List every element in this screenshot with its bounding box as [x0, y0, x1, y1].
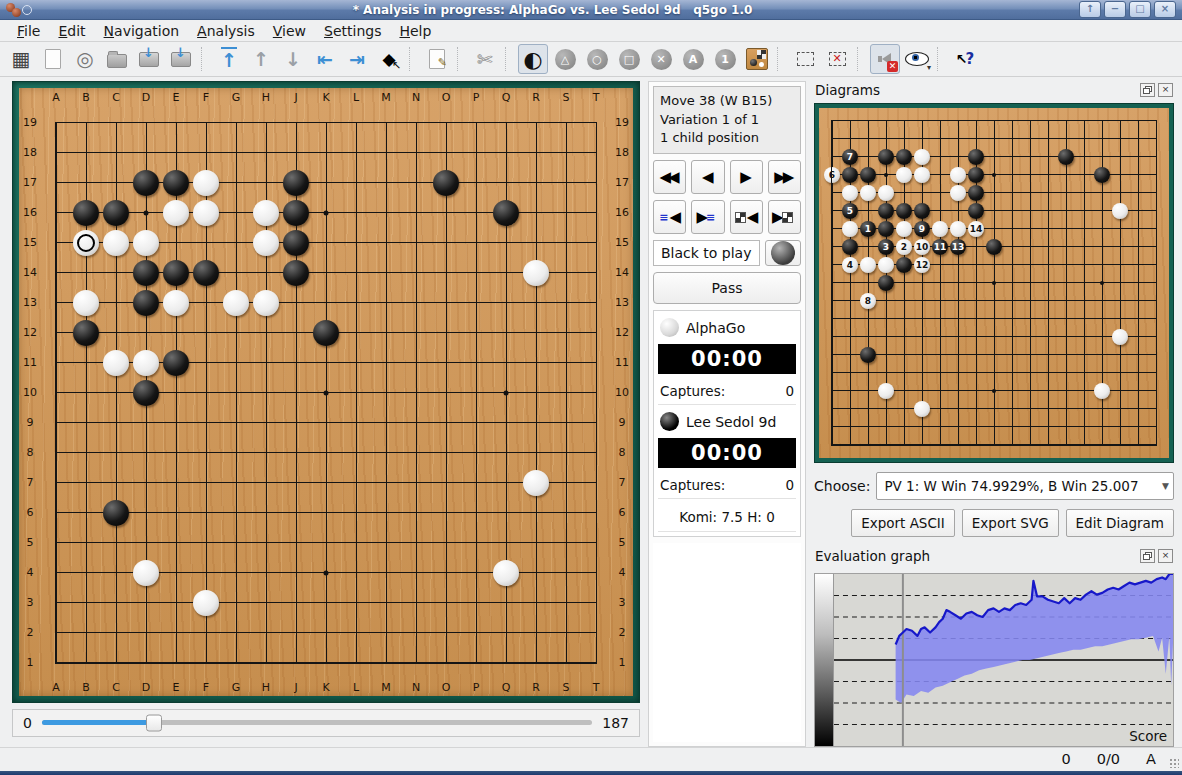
board-cell-M8[interactable]	[1021, 310, 1039, 328]
board-cell-K6[interactable]	[311, 498, 341, 528]
board-cell-K5[interactable]	[311, 528, 341, 558]
board-cell-Q17[interactable]	[1093, 148, 1111, 166]
board-cell-S12[interactable]	[1129, 238, 1147, 256]
board-cell-T17[interactable]	[1147, 148, 1165, 166]
board-cell-D11[interactable]	[131, 348, 161, 378]
board-cell-P14[interactable]	[1075, 202, 1093, 220]
board-cell-P18[interactable]	[461, 138, 491, 168]
board-cell-C4[interactable]	[101, 558, 131, 588]
board-cell-C17[interactable]	[859, 148, 877, 166]
board-cell-O5[interactable]	[1057, 364, 1075, 382]
board-cell-L11[interactable]	[1003, 256, 1021, 274]
board-cell-C12[interactable]	[859, 238, 877, 256]
board-cell-L1[interactable]	[341, 648, 371, 678]
board-cell-R16[interactable]	[521, 198, 551, 228]
board-cell-F1[interactable]	[913, 436, 931, 454]
board-cell-M18[interactable]	[1021, 130, 1039, 148]
board-cell-J18[interactable]	[967, 130, 985, 148]
board-cell-N16[interactable]	[401, 198, 431, 228]
board-cell-C19[interactable]	[859, 112, 877, 130]
board-cell-F19[interactable]	[913, 112, 931, 130]
board-cell-Q3[interactable]	[1093, 400, 1111, 418]
board-cell-R8[interactable]	[1111, 310, 1129, 328]
board-cell-D8[interactable]	[131, 438, 161, 468]
board-cell-M12[interactable]	[1021, 238, 1039, 256]
board-cell-B19[interactable]	[841, 112, 859, 130]
board-cell-A14[interactable]	[41, 258, 71, 288]
board-cell-J8[interactable]	[281, 438, 311, 468]
board-cell-A3[interactable]	[823, 400, 841, 418]
board-cell-G4[interactable]	[931, 382, 949, 400]
board-cell-E7[interactable]	[895, 328, 913, 346]
board-cell-A14[interactable]	[823, 202, 841, 220]
board-cell-S11[interactable]	[1129, 256, 1147, 274]
board-cell-R17[interactable]	[1111, 148, 1129, 166]
board-cell-L17[interactable]	[1003, 148, 1021, 166]
board-cell-T7[interactable]	[581, 468, 611, 498]
board-cell-P19[interactable]	[461, 108, 491, 138]
eye-icon[interactable]: ▾	[902, 44, 932, 74]
menu-navigation[interactable]: Navigation	[95, 21, 189, 41]
board-cell-N14[interactable]	[401, 258, 431, 288]
board-cell-C1[interactable]	[101, 648, 131, 678]
board-cell-O1[interactable]	[1057, 436, 1075, 454]
board-cell-N16[interactable]	[1039, 166, 1057, 184]
board-cell-F1[interactable]	[191, 648, 221, 678]
board-cell-H4[interactable]	[251, 558, 281, 588]
board-cell-E16[interactable]	[161, 198, 191, 228]
board-cell-T16[interactable]	[581, 198, 611, 228]
mark-letter-icon[interactable]: A	[678, 44, 708, 74]
board-cell-F16[interactable]	[191, 198, 221, 228]
board-cell-H14[interactable]	[251, 258, 281, 288]
board-cell-A19[interactable]	[41, 108, 71, 138]
sound-off-button[interactable]: ✕	[870, 44, 900, 74]
board-cell-M10[interactable]	[371, 378, 401, 408]
next-variation-icon[interactable]: ↓	[278, 44, 308, 74]
board-cell-F7[interactable]	[191, 468, 221, 498]
board-cell-D14[interactable]	[877, 202, 895, 220]
board-cell-T7[interactable]	[1147, 328, 1165, 346]
board-cell-S4[interactable]	[1129, 382, 1147, 400]
board-cell-S9[interactable]	[1129, 292, 1147, 310]
board-cell-A19[interactable]	[823, 112, 841, 130]
board-cell-J9[interactable]	[281, 408, 311, 438]
board-cell-S18[interactable]	[551, 138, 581, 168]
board-cell-P1[interactable]	[461, 648, 491, 678]
board-cell-E12[interactable]: 2	[895, 238, 913, 256]
board-cell-C13[interactable]: 1	[859, 220, 877, 238]
board-cell-M1[interactable]	[1021, 436, 1039, 454]
board-cell-L15[interactable]	[341, 228, 371, 258]
board-cell-P15[interactable]	[461, 228, 491, 258]
board-cell-G19[interactable]	[931, 112, 949, 130]
board-cell-E4[interactable]	[895, 382, 913, 400]
board-cell-H6[interactable]	[251, 498, 281, 528]
board-cell-N18[interactable]	[401, 138, 431, 168]
board-cell-T5[interactable]	[1147, 364, 1165, 382]
board-cell-C8[interactable]	[101, 438, 131, 468]
save-icon[interactable]: ↓	[134, 44, 164, 74]
board-cell-T19[interactable]	[1147, 112, 1165, 130]
mark-circle-icon[interactable]: ○	[582, 44, 612, 74]
board-cell-D15[interactable]	[877, 184, 895, 202]
board-cell-B11[interactable]: 4	[841, 256, 859, 274]
board-cell-M1[interactable]	[371, 648, 401, 678]
board-cell-H8[interactable]	[251, 438, 281, 468]
board-cell-S7[interactable]	[551, 468, 581, 498]
board-cell-B6[interactable]	[71, 498, 101, 528]
last-move-button[interactable]: ▶▶	[768, 160, 801, 194]
board-cell-N13[interactable]	[401, 288, 431, 318]
board-cell-F8[interactable]	[913, 310, 931, 328]
board-cell-P3[interactable]	[461, 588, 491, 618]
board-cell-C6[interactable]	[859, 346, 877, 364]
board-cell-J17[interactable]	[281, 168, 311, 198]
board-cell-S13[interactable]	[551, 288, 581, 318]
board-cell-J12[interactable]	[281, 318, 311, 348]
play-mode-icon[interactable]: ◆↖	[374, 44, 404, 74]
board-cell-G8[interactable]	[221, 438, 251, 468]
board-cell-T14[interactable]	[581, 258, 611, 288]
board-cell-R10[interactable]	[521, 378, 551, 408]
board-cell-H7[interactable]	[949, 328, 967, 346]
board-cell-S8[interactable]	[551, 438, 581, 468]
board-cell-J19[interactable]	[281, 108, 311, 138]
board-cell-B9[interactable]	[71, 408, 101, 438]
board-cell-S11[interactable]	[551, 348, 581, 378]
board-cell-B10[interactable]	[841, 274, 859, 292]
board-cell-M17[interactable]	[1021, 148, 1039, 166]
board-cell-T12[interactable]	[1147, 238, 1165, 256]
board-cell-D9[interactable]	[877, 292, 895, 310]
board-cell-E19[interactable]	[161, 108, 191, 138]
board-cell-E10[interactable]	[895, 274, 913, 292]
board-cell-N6[interactable]	[401, 498, 431, 528]
board-cell-B11[interactable]	[71, 348, 101, 378]
board-cell-J11[interactable]	[281, 348, 311, 378]
board-cell-D7[interactable]	[877, 328, 895, 346]
board-cell-S3[interactable]	[551, 588, 581, 618]
board-cell-O8[interactable]	[431, 438, 461, 468]
board-cell-O14[interactable]	[431, 258, 461, 288]
board-cell-M14[interactable]	[1021, 202, 1039, 220]
board-cell-K7[interactable]	[985, 328, 1003, 346]
board-cell-A11[interactable]	[41, 348, 71, 378]
board-cell-P8[interactable]	[1075, 310, 1093, 328]
board-cell-J17[interactable]	[967, 148, 985, 166]
board-cell-Q12[interactable]	[1093, 238, 1111, 256]
board-cell-C15[interactable]	[859, 184, 877, 202]
board-cell-C17[interactable]	[101, 168, 131, 198]
board-cell-A6[interactable]	[823, 346, 841, 364]
board-cell-K4[interactable]	[985, 382, 1003, 400]
board-cell-F7[interactable]	[913, 328, 931, 346]
board-cell-O16[interactable]	[1057, 166, 1075, 184]
next-move-icon[interactable]: ⇥	[342, 44, 372, 74]
board-cell-P8[interactable]	[461, 438, 491, 468]
board-cell-G11[interactable]	[221, 348, 251, 378]
board-cell-D1[interactable]	[131, 648, 161, 678]
board-cell-E17[interactable]	[161, 168, 191, 198]
board-cell-G14[interactable]	[931, 202, 949, 220]
board-cell-K5[interactable]	[985, 364, 1003, 382]
board-cell-R19[interactable]	[521, 108, 551, 138]
save-as-icon[interactable]: ↓	[166, 44, 196, 74]
board-cell-S6[interactable]	[1129, 346, 1147, 364]
board-cell-L16[interactable]	[341, 198, 371, 228]
board-cell-C18[interactable]	[101, 138, 131, 168]
board-cell-L19[interactable]	[1003, 112, 1021, 130]
export-ascii-button[interactable]: Export ASCII	[851, 509, 955, 537]
board-cell-B16[interactable]	[841, 166, 859, 184]
board-cell-Q12[interactable]	[491, 318, 521, 348]
board-cell-C1[interactable]	[859, 436, 877, 454]
board-cell-Q16[interactable]	[491, 198, 521, 228]
board-cell-T4[interactable]	[581, 558, 611, 588]
board-cell-L12[interactable]	[341, 318, 371, 348]
board-cell-O2[interactable]	[431, 618, 461, 648]
board-cell-R9[interactable]	[1111, 292, 1129, 310]
board-cell-O9[interactable]	[431, 408, 461, 438]
board-cell-Q18[interactable]	[1093, 130, 1111, 148]
board-cell-H16[interactable]	[949, 166, 967, 184]
board-cell-N5[interactable]	[401, 528, 431, 558]
board-cell-A10[interactable]	[823, 274, 841, 292]
board-cell-L8[interactable]	[1003, 310, 1021, 328]
board-cell-G12[interactable]: 11	[931, 238, 949, 256]
board-cell-S10[interactable]	[551, 378, 581, 408]
board-cell-O17[interactable]	[1057, 148, 1075, 166]
board-cell-K13[interactable]	[985, 220, 1003, 238]
board-cell-Q7[interactable]	[491, 468, 521, 498]
board-cell-S1[interactable]	[551, 648, 581, 678]
board-cell-Q5[interactable]	[491, 528, 521, 558]
board-cell-S17[interactable]	[551, 168, 581, 198]
board-cell-K19[interactable]	[985, 112, 1003, 130]
board-cell-L2[interactable]	[1003, 418, 1021, 436]
board-cell-H2[interactable]	[251, 618, 281, 648]
board-cell-M13[interactable]	[371, 288, 401, 318]
board-cell-N17[interactable]	[401, 168, 431, 198]
board-cell-E8[interactable]	[895, 310, 913, 328]
board-cell-R12[interactable]	[1111, 238, 1129, 256]
board-cell-R14[interactable]	[1111, 202, 1129, 220]
board-cell-D1[interactable]	[877, 436, 895, 454]
board-cell-C3[interactable]	[101, 588, 131, 618]
board-cell-G9[interactable]	[931, 292, 949, 310]
board-cell-H1[interactable]	[251, 648, 281, 678]
board-cell-D4[interactable]	[131, 558, 161, 588]
board-cell-C2[interactable]	[101, 618, 131, 648]
board-cell-A15[interactable]	[41, 228, 71, 258]
board-cell-H15[interactable]	[251, 228, 281, 258]
board-cell-E2[interactable]	[161, 618, 191, 648]
board-cell-F3[interactable]	[913, 400, 931, 418]
board-cell-K3[interactable]	[985, 400, 1003, 418]
mark-cross-icon[interactable]: ✕	[646, 44, 676, 74]
board-cell-J7[interactable]	[967, 328, 985, 346]
board-cell-G1[interactable]	[931, 436, 949, 454]
board-cell-A9[interactable]	[41, 408, 71, 438]
board-cell-J14[interactable]	[281, 258, 311, 288]
board-cell-K8[interactable]	[311, 438, 341, 468]
menu-view[interactable]: View	[264, 21, 315, 41]
board-cell-C5[interactable]	[101, 528, 131, 558]
board-cell-D8[interactable]	[877, 310, 895, 328]
board-cell-L17[interactable]	[341, 168, 371, 198]
board-cell-O8[interactable]	[1057, 310, 1075, 328]
board-cell-N18[interactable]	[1039, 130, 1057, 148]
board-cell-D12[interactable]	[131, 318, 161, 348]
board-cell-J18[interactable]	[281, 138, 311, 168]
board-cell-D16[interactable]	[131, 198, 161, 228]
board-cell-J12[interactable]	[967, 238, 985, 256]
board-cell-D9[interactable]	[131, 408, 161, 438]
board-cell-A1[interactable]	[41, 648, 71, 678]
board-cell-T6[interactable]	[581, 498, 611, 528]
board-cell-R5[interactable]	[521, 528, 551, 558]
board-cell-J6[interactable]	[967, 346, 985, 364]
board-cell-A5[interactable]	[41, 528, 71, 558]
board-cell-O2[interactable]	[1057, 418, 1075, 436]
board-cell-N7[interactable]	[401, 468, 431, 498]
board-cell-O3[interactable]	[1057, 400, 1075, 418]
board-cell-J1[interactable]	[281, 648, 311, 678]
resize-grip[interactable]	[1169, 758, 1179, 768]
game-info-icon[interactable]: ✎	[422, 44, 452, 74]
board-cell-A17[interactable]	[41, 168, 71, 198]
board-cell-A12[interactable]	[823, 238, 841, 256]
board-cell-T16[interactable]	[1147, 166, 1165, 184]
board-cell-L14[interactable]	[341, 258, 371, 288]
board-cell-B4[interactable]	[71, 558, 101, 588]
board-cell-D4[interactable]	[877, 382, 895, 400]
board-cell-M8[interactable]	[371, 438, 401, 468]
board-cell-R16[interactable]	[1111, 166, 1129, 184]
board-cell-N4[interactable]	[401, 558, 431, 588]
board-cell-T8[interactable]	[581, 438, 611, 468]
board-cell-R12[interactable]	[521, 318, 551, 348]
board-cell-Q1[interactable]	[1093, 436, 1111, 454]
board-cell-G14[interactable]	[221, 258, 251, 288]
board-cell-L8[interactable]	[341, 438, 371, 468]
board-cell-F6[interactable]	[913, 346, 931, 364]
board-cell-P13[interactable]	[461, 288, 491, 318]
board-cell-B15[interactable]	[841, 184, 859, 202]
board-cell-T11[interactable]	[1147, 256, 1165, 274]
board-cell-S8[interactable]	[1129, 310, 1147, 328]
board-cell-O18[interactable]	[1057, 130, 1075, 148]
board-cell-P14[interactable]	[461, 258, 491, 288]
board-cell-S19[interactable]	[1129, 112, 1147, 130]
board-cell-C18[interactable]	[859, 130, 877, 148]
board-cell-E3[interactable]	[161, 588, 191, 618]
board-cell-K17[interactable]	[311, 168, 341, 198]
board-cell-S7[interactable]	[1129, 328, 1147, 346]
board-cell-K1[interactable]	[311, 648, 341, 678]
board-cell-J13[interactable]: 14	[967, 220, 985, 238]
board-cell-O15[interactable]	[431, 228, 461, 258]
board-cell-B19[interactable]	[71, 108, 101, 138]
board-cell-B17[interactable]	[71, 168, 101, 198]
board-cell-C12[interactable]	[101, 318, 131, 348]
board-cell-N8[interactable]	[401, 438, 431, 468]
board-cell-B10[interactable]	[71, 378, 101, 408]
board-cell-R15[interactable]	[521, 228, 551, 258]
board-cell-K1[interactable]	[985, 436, 1003, 454]
board-cell-E9[interactable]	[895, 292, 913, 310]
board-cell-M4[interactable]	[371, 558, 401, 588]
board-cell-B8[interactable]	[841, 310, 859, 328]
board-cell-J13[interactable]	[281, 288, 311, 318]
board-cell-P9[interactable]	[1075, 292, 1093, 310]
board-cell-J15[interactable]	[281, 228, 311, 258]
board-cell-M18[interactable]	[371, 138, 401, 168]
board-cell-T18[interactable]	[1147, 130, 1165, 148]
board-cell-B2[interactable]	[841, 418, 859, 436]
board-cell-H12[interactable]: 13	[949, 238, 967, 256]
board-cell-F17[interactable]	[913, 148, 931, 166]
board-cell-Q3[interactable]	[491, 588, 521, 618]
board-cell-E13[interactable]	[895, 220, 913, 238]
board-cell-B7[interactable]	[841, 328, 859, 346]
mark-square-icon[interactable]: □	[614, 44, 644, 74]
board-cell-C11[interactable]	[859, 256, 877, 274]
board-cell-O5[interactable]	[431, 528, 461, 558]
board-cell-P16[interactable]	[461, 198, 491, 228]
board-cell-E5[interactable]	[895, 364, 913, 382]
menu-file[interactable]: File	[8, 21, 49, 41]
board-cell-H11[interactable]	[251, 348, 281, 378]
board-cell-N10[interactable]	[401, 378, 431, 408]
board-cell-B18[interactable]	[71, 138, 101, 168]
board-cell-N9[interactable]	[1039, 292, 1057, 310]
board-cell-C14[interactable]	[859, 202, 877, 220]
board-cell-G1[interactable]	[221, 648, 251, 678]
board-cell-C5[interactable]	[859, 364, 877, 382]
board-cell-H7[interactable]	[251, 468, 281, 498]
board-cell-P2[interactable]	[1075, 418, 1093, 436]
board-cell-O15[interactable]	[1057, 184, 1075, 202]
board-cell-H9[interactable]	[251, 408, 281, 438]
board-cell-T10[interactable]	[581, 378, 611, 408]
slider-handle[interactable]	[146, 714, 162, 731]
board-cell-H18[interactable]	[949, 130, 967, 148]
board-cell-R13[interactable]	[1111, 220, 1129, 238]
board-cell-A11[interactable]	[823, 256, 841, 274]
board-cell-M19[interactable]	[371, 108, 401, 138]
board-cell-J7[interactable]	[281, 468, 311, 498]
board-cell-C7[interactable]	[859, 328, 877, 346]
board-cell-B18[interactable]	[841, 130, 859, 148]
board-cell-O9[interactable]	[1057, 292, 1075, 310]
board-cell-O12[interactable]	[431, 318, 461, 348]
board-cell-R4[interactable]	[1111, 382, 1129, 400]
board-cell-K15[interactable]	[311, 228, 341, 258]
board-cell-M6[interactable]	[371, 498, 401, 528]
board-cell-B15[interactable]	[71, 228, 101, 258]
board-cell-O12[interactable]	[1057, 238, 1075, 256]
board-cell-A4[interactable]	[41, 558, 71, 588]
board-cell-T4[interactable]	[1147, 382, 1165, 400]
board-cell-C10[interactable]	[859, 274, 877, 292]
board-cell-G18[interactable]	[221, 138, 251, 168]
board-cell-C14[interactable]	[101, 258, 131, 288]
board-cell-D7[interactable]	[131, 468, 161, 498]
board-cell-D13[interactable]	[877, 220, 895, 238]
board-cell-C15[interactable]	[101, 228, 131, 258]
